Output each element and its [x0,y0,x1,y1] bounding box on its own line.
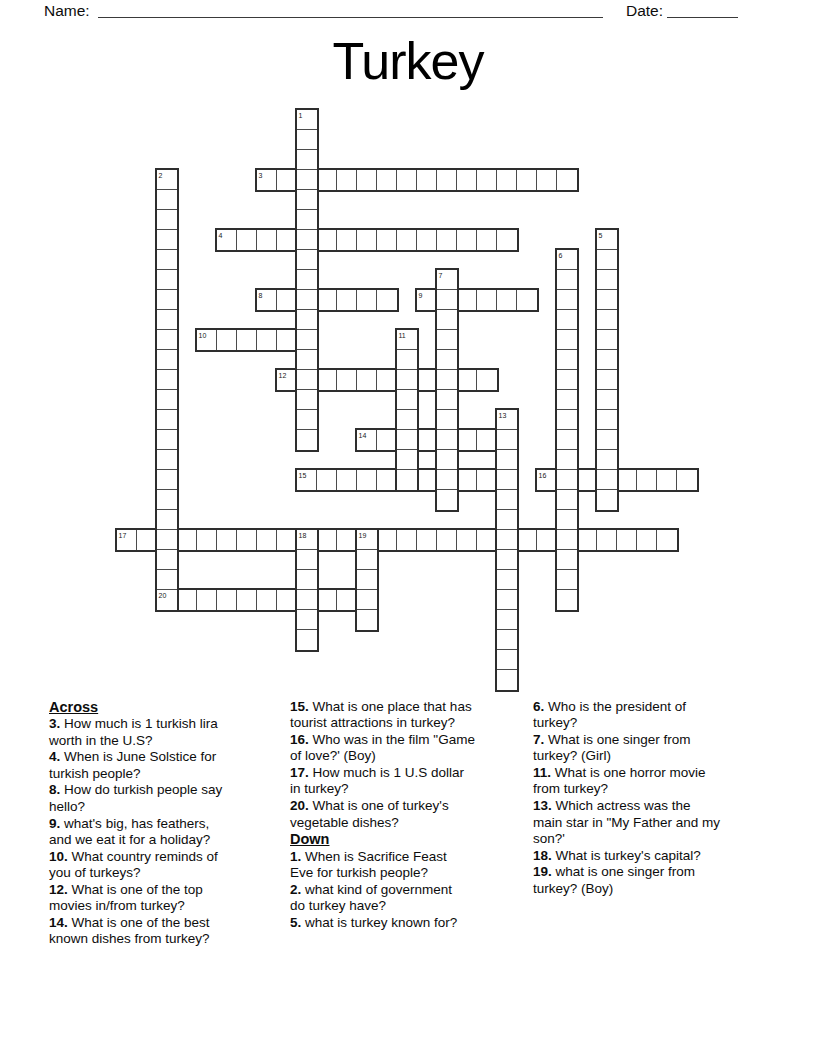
grid-cell-r14c22[interactable] [557,390,577,410]
clue-number: 11. [533,765,551,780]
grid-cell-r12c14[interactable] [397,350,417,370]
grid-cell-r3c21[interactable] [537,170,557,190]
grid-cell-r23c19[interactable] [497,570,517,590]
grid-cell-r21c17[interactable] [457,530,477,550]
cell-number-11: 11 [399,332,406,339]
grid-cell-r3c20[interactable] [517,170,537,190]
clue-down-13: 13. Which actress was the main star in "… [533,798,775,847]
grid-cell-r19c22[interactable] [557,490,577,510]
grid-cell-r24c5[interactable] [217,590,237,610]
grid-cell-r13c17[interactable] [457,370,477,390]
grid-cell-r3c8[interactable] [277,170,297,190]
grid-cell-r14c2[interactable] [157,390,177,410]
grid-cell-r22c9[interactable] [297,550,317,570]
grid-cell-r9c2[interactable] [157,290,177,310]
grid-cell-r21c19[interactable] [497,530,517,550]
grid-cell-r18c19[interactable] [497,470,517,490]
cell-number-2: 2 [159,172,163,179]
grid-cell-r24c22[interactable] [557,590,577,610]
grid-cell-r15c16[interactable] [437,410,457,430]
grid-cell-r6c9[interactable] [297,230,317,250]
grid-cell-r12c9[interactable] [297,350,317,370]
grid-cell-r10c2[interactable] [157,310,177,330]
grid-cell-r3c13[interactable] [377,170,397,190]
grid-cell-r18c13[interactable] [377,470,397,490]
grid-cell-r22c2[interactable] [157,550,177,570]
grid-cell-r5c9[interactable] [297,210,317,230]
grid-cell-r15c14[interactable] [397,410,417,430]
grid-cell-r3c22[interactable] [557,170,577,190]
grid-cell-r18c28[interactable] [677,470,697,490]
grid-cell-r24c3[interactable] [177,590,197,610]
grid-cell-r8c22[interactable] [557,270,577,290]
clue-across-3: 3. How much is 1 turkish lira worth in t… [49,716,291,749]
word-17-across [115,528,679,552]
grid-cell-r21c15[interactable] [417,530,437,550]
clue-column-0: Across3. How much is 1 turkish lira wort… [49,699,291,948]
grid-cell-r19c24[interactable] [597,490,617,510]
grid-cell-r16c24[interactable] [597,430,617,450]
grid-cell-r11c2[interactable] [157,330,177,350]
grid-cell-r21c27[interactable] [657,530,677,550]
grid-cell-r11c5[interactable] [217,330,237,350]
grid-cell-r14c9[interactable] [297,390,317,410]
grid-cell-r9c13[interactable] [377,290,397,310]
clue-text: How much is 1 U.S dollar in turkey? [290,765,464,796]
grid-cell-r23c2[interactable] [157,570,177,590]
grid-cell-r6c10[interactable] [317,230,337,250]
clue-across-16: 16. Who was in the film "Game of love?' … [290,732,532,765]
clue-text: what kind of government do turkey have? [290,882,452,913]
cell-number-3: 3 [259,172,263,179]
grid-cell-r18c22[interactable] [557,470,577,490]
cell-number-6: 6 [559,252,563,259]
grid-cell-r17c2[interactable] [157,450,177,470]
cell-number-15: 15 [299,472,307,479]
clue-text: What is one of the top movies in/from tu… [49,882,203,913]
grid-cell-r4c9[interactable] [297,190,317,210]
grid-cell-r19c2[interactable] [157,490,177,510]
grid-cell-r11c24[interactable] [597,330,617,350]
clue-number: 4. [49,749,60,764]
clue-text: What is one of the best known dishes fro… [49,915,210,946]
clue-down-11: 11. What is one horror movie from turkey… [533,765,775,798]
grid-cell-r6c15[interactable] [417,230,437,250]
grid-cell-r13c18[interactable] [477,370,497,390]
grid-cell-r19c19[interactable] [497,490,517,510]
word-8-across [255,288,399,312]
grid-cell-r18c27[interactable] [657,470,677,490]
grid-cell-r21c14[interactable] [397,530,417,550]
grid-cell-r14c24[interactable] [597,390,617,410]
grid-cell-r16c9[interactable] [297,430,317,450]
grid-cell-r23c22[interactable] [557,570,577,590]
clue-text: what's big, has feathers, and we eat it … [49,816,210,847]
grid-cell-r11c9[interactable] [297,330,317,350]
grid-cell-r9c22[interactable] [557,290,577,310]
grid-cell-r15c9[interactable] [297,410,317,430]
grid-cell-r14c14[interactable] [397,390,417,410]
grid-cell-r9c10[interactable] [317,290,337,310]
grid-cell-r11c8[interactable] [277,330,297,350]
word-18-down [295,528,319,652]
grid-cell-r27c19[interactable] [497,650,517,670]
grid-cell-r16c17[interactable] [457,430,477,450]
grid-cell-r21c1[interactable] [137,530,157,550]
grid-cell-r24c4[interactable] [197,590,217,610]
grid-cell-r7c24[interactable] [597,250,617,270]
grid-cell-r13c16[interactable] [437,370,457,390]
worksheet-page: Name: Date: Turkey 348910121415161720125… [0,0,816,1056]
grid-cell-r25c12[interactable] [357,610,377,630]
clue-down-19: 19. what is one singer from turkey? (Boy… [533,864,775,897]
grid-cell-r13c13[interactable] [377,370,397,390]
grid-cell-r12c22[interactable] [557,350,577,370]
clue-number: 10. [49,849,68,864]
clue-text: What is one horror movie from turkey? [533,765,706,796]
cell-number-20: 20 [159,592,167,599]
grid-cell-r20c22[interactable] [557,510,577,530]
cell-number-16: 16 [539,472,547,479]
grid-cell-r21c3[interactable] [177,530,197,550]
grid-cell-r6c19[interactable] [497,230,517,250]
grid-cell-r3c11[interactable] [337,170,357,190]
grid-cell-r18c15[interactable] [417,470,437,490]
clue-number: 1. [290,849,301,864]
grid-cell-r21c5[interactable] [217,530,237,550]
grid-cell-r14c16[interactable] [437,390,457,410]
grid-cell-r19c16[interactable] [437,490,457,510]
grid-cell-r3c16[interactable] [437,170,457,190]
cell-number-9: 9 [419,292,423,299]
word-6-down [555,248,579,612]
grid-cell-r22c19[interactable] [497,550,517,570]
grid-cell-r11c7[interactable] [257,330,277,350]
word-4-across [215,228,519,252]
grid-cell-r21c20[interactable] [517,530,537,550]
clue-number: 3. [49,716,60,731]
clue-text: When is Sacrifice Feast Eve for turkish … [290,849,447,880]
cell-number-19: 19 [359,532,367,539]
cell-number-13: 13 [499,412,507,419]
grid-cell-r6c17[interactable] [457,230,477,250]
grid-cell-r8c2[interactable] [157,270,177,290]
grid-cell-r10c22[interactable] [557,310,577,330]
grid-cell-r21c11[interactable] [337,530,357,550]
grid-cell-r18c11[interactable] [337,470,357,490]
grid-cell-r21c18[interactable] [477,530,497,550]
grid-cell-r26c9[interactable] [297,630,317,650]
clue-column-2: 6. Who is the president of turkey?7. Wha… [533,699,775,898]
clue-number: 19. [533,864,552,879]
cell-number-4: 4 [219,232,223,239]
word-1-down [295,108,319,452]
grid-cell-r22c22[interactable] [557,550,577,570]
grid-cell-r3c14[interactable] [397,170,417,190]
grid-cell-r11c16[interactable] [437,330,457,350]
grid-cell-r13c11[interactable] [337,370,357,390]
clue-down-6: 6. Who is the president of turkey? [533,699,775,732]
grid-cell-r18c10[interactable] [317,470,337,490]
grid-cell-r11c6[interactable] [237,330,257,350]
grid-cell-r18c26[interactable] [637,470,657,490]
grid-cell-r9c12[interactable] [357,290,377,310]
grid-cell-r16c16[interactable] [437,430,457,450]
clue-text: what is one singer from turkey? (Boy) [533,864,695,895]
cell-number-14: 14 [359,432,367,439]
grid-cell-r18c2[interactable] [157,470,177,490]
grid-cell-r13c2[interactable] [157,370,177,390]
grid-cell-r18c17[interactable] [457,470,477,490]
grid-cell-r21c10[interactable] [317,530,337,550]
grid-cell-r24c11[interactable] [337,590,357,610]
grid-cell-r24c6[interactable] [237,590,257,610]
grid-cell-r21c2[interactable] [157,530,177,550]
grid-cell-r21c21[interactable] [537,530,557,550]
grid-cell-r12c16[interactable] [437,350,457,370]
grid-cell-r20c2[interactable] [157,510,177,530]
cell-number-17: 17 [119,532,127,539]
grid-cell-r11c22[interactable] [557,330,577,350]
grid-cell-r5c2[interactable] [157,210,177,230]
word-5-down [595,228,619,512]
clue-across-12: 12. What is one of the top movies in/fro… [49,882,291,915]
grid-cell-r25c9[interactable] [297,610,317,630]
clue-down-18: 18. What is turkey's capital? [533,848,775,864]
word-20-across [155,588,379,612]
grid-cell-r18c18[interactable] [477,470,497,490]
clue-across-14: 14. What is one of the best known dishes… [49,915,291,948]
clues-across-header: Across [49,699,291,715]
grid-cell-r21c23[interactable] [577,530,597,550]
grid-cell-r21c6[interactable] [237,530,257,550]
word-11-down [395,328,419,492]
grid-cell-r6c6[interactable] [237,230,257,250]
grid-cell-r13c12[interactable] [357,370,377,390]
clue-number: 18. [533,848,552,863]
clue-text: How much is 1 turkish lira worth in the … [49,716,218,747]
grid-cell-r22c12[interactable] [357,550,377,570]
grid-cell-r23c9[interactable] [297,570,317,590]
grid-cell-r17c16[interactable] [437,450,457,470]
grid-cell-r9c11[interactable] [337,290,357,310]
grid-cell-r16c19[interactable] [497,430,517,450]
grid-cell-r20c19[interactable] [497,510,517,530]
clue-number: 12. [49,882,68,897]
grid-cell-r9c16[interactable] [437,290,457,310]
grid-cell-r18c12[interactable] [357,470,377,490]
grid-cell-r3c15[interactable] [417,170,437,190]
clue-number: 13. [533,798,552,813]
grid-cell-r21c22[interactable] [557,530,577,550]
grid-cell-r6c13[interactable] [377,230,397,250]
grid-cell-r24c10[interactable] [317,590,337,610]
word-13-down [495,408,519,692]
clue-number: 15. [290,699,309,714]
clue-across-15: 15. What is one place that has tourist a… [290,699,532,732]
cell-number-5: 5 [599,232,603,239]
grid-cell-r13c15[interactable] [417,370,437,390]
clue-across-17: 17. How much is 1 U.S dollar in turkey? [290,765,532,798]
grid-cell-r9c20[interactable] [517,290,537,310]
grid-cell-r13c24[interactable] [597,370,617,390]
clue-text: What is turkey's capital? [556,848,701,863]
grid-cell-r21c16[interactable] [437,530,457,550]
grid-cell-r1c9[interactable] [297,130,317,150]
grid-cell-r9c17[interactable] [457,290,477,310]
cell-number-18: 18 [299,532,307,539]
grid-cell-r6c18[interactable] [477,230,497,250]
clue-across-20: 20. What is one of turkey's vegetable di… [290,798,532,831]
clue-number: 16. [290,732,309,747]
clue-text: What is one singer from turkey? (Girl) [533,732,691,763]
clue-text: Who was in the film "Game of love?' (Boy… [290,732,475,763]
grid-cell-r9c9[interactable] [297,290,317,310]
clue-across-10: 10. What country reminds of you of turke… [49,849,291,882]
grid-cell-r9c24[interactable] [597,290,617,310]
clue-text: What is one place that has tourist attra… [290,699,472,730]
grid-cell-r24c9[interactable] [297,590,317,610]
grid-cell-r3c17[interactable] [457,170,477,190]
clue-number: 20. [290,798,309,813]
cell-number-8: 8 [259,292,263,299]
grid-cell-r21c8[interactable] [277,530,297,550]
grid-cell-r25c19[interactable] [497,610,517,630]
grid-cell-r6c12[interactable] [357,230,377,250]
grid-cell-r18c25[interactable] [617,470,637,490]
grid-cell-r10c9[interactable] [297,310,317,330]
clues-down-header: Down [290,831,532,847]
cell-number-10: 10 [199,332,207,339]
clue-down-2: 2. what kind of government do turkey hav… [290,882,532,915]
grid-cell-r18c24[interactable] [597,470,617,490]
clue-across-8: 8. How do turkish people say hello? [49,782,291,815]
grid-cell-r21c26[interactable] [637,530,657,550]
grid-cell-r9c8[interactable] [277,290,297,310]
grid-cell-r18c16[interactable] [437,470,457,490]
grid-cell-r3c10[interactable] [317,170,337,190]
grid-cell-r13c22[interactable] [557,370,577,390]
grid-cell-r26c19[interactable] [497,630,517,650]
clue-number: 5. [290,915,301,930]
grid-cell-r7c9[interactable] [297,250,317,270]
grid-cell-r23c12[interactable] [357,570,377,590]
grid-cell-r24c7[interactable] [257,590,277,610]
grid-cell-r24c12[interactable] [357,590,377,610]
grid-cell-r17c14[interactable] [397,450,417,470]
clue-text: How do turkish people say hello? [49,782,222,813]
clue-column-1: 15. What is one place that has tourist a… [290,699,532,932]
grid-cell-r13c14[interactable] [397,370,417,390]
grid-cell-r16c13[interactable] [377,430,397,450]
grid-cell-r6c8[interactable] [277,230,297,250]
grid-cell-r21c13[interactable] [377,530,397,550]
grid-cell-r4c2[interactable] [157,190,177,210]
grid-cell-r9c19[interactable] [497,290,517,310]
grid-cell-r16c15[interactable] [417,430,437,450]
word-7-down [435,268,459,512]
word-19-down [355,528,379,632]
clue-across-9: 9. what's big, has feathers, and we eat … [49,816,291,849]
grid-cell-r24c19[interactable] [497,590,517,610]
grid-cell-r21c4[interactable] [197,530,217,550]
clue-text: What country reminds of you of turkeys? [49,849,218,880]
cell-number-7: 7 [439,272,443,279]
grid-cell-r6c11[interactable] [337,230,357,250]
grid-cell-r8c24[interactable] [597,270,617,290]
grid-cell-r17c24[interactable] [597,450,617,470]
clue-number: 14. [49,915,68,930]
grid-cell-r10c24[interactable] [597,310,617,330]
grid-cell-r13c9[interactable] [297,370,317,390]
grid-cell-r8c9[interactable] [297,270,317,290]
clue-across-4: 4. When is June Solstice for turkish peo… [49,749,291,782]
grid-cell-r3c18[interactable] [477,170,497,190]
grid-cell-r15c22[interactable] [557,410,577,430]
grid-cell-r7c2[interactable] [157,250,177,270]
clue-number: 17. [290,765,309,780]
grid-cell-r21c24[interactable] [597,530,617,550]
clue-number: 6. [533,699,544,714]
clue-number: 8. [49,782,60,797]
clue-text: Who is the president of turkey? [533,699,686,730]
clue-number: 2. [290,882,301,897]
grid-cell-r2c9[interactable] [297,150,317,170]
cell-number-12: 12 [279,372,287,379]
word-2-down [155,168,179,612]
grid-cell-r10c16[interactable] [437,310,457,330]
grid-cell-r16c2[interactable] [157,430,177,450]
grid-cell-r3c9[interactable] [297,170,317,190]
grid-cell-r18c23[interactable] [577,470,597,490]
clue-text: What is one of turkey's vegetable dishes… [290,798,449,829]
clue-down-5: 5. what is turkey known for? [290,915,532,931]
clue-text: When is June Solstice for turkish people… [49,749,216,780]
grid-cell-r6c7[interactable] [257,230,277,250]
grid-cell-r12c2[interactable] [157,350,177,370]
clue-down-7: 7. What is one singer from turkey? (Girl… [533,732,775,765]
grid-cell-r21c25[interactable] [617,530,637,550]
grid-cell-r12c24[interactable] [597,350,617,370]
grid-cell-r24c8[interactable] [277,590,297,610]
grid-cell-r28c19[interactable] [497,670,517,690]
grid-cell-r3c12[interactable] [357,170,377,190]
clue-number: 9. [49,816,60,831]
clue-number: 7. [533,732,544,747]
grid-cell-r15c24[interactable] [597,410,617,430]
grid-cell-r16c14[interactable] [397,430,417,450]
grid-cell-r16c22[interactable] [557,430,577,450]
grid-cell-r17c22[interactable] [557,450,577,470]
grid-cell-r16c18[interactable] [477,430,497,450]
grid-cell-r6c16[interactable] [437,230,457,250]
grid-cell-r15c2[interactable] [157,410,177,430]
cell-number-1: 1 [299,112,303,119]
word-9-across [415,288,539,312]
clue-text: Which actress was the main star in "My F… [533,798,720,846]
grid-cell-r21c7[interactable] [257,530,277,550]
grid-cell-r13c10[interactable] [317,370,337,390]
clue-text: what is turkey known for? [305,915,457,930]
grid-cell-r6c14[interactable] [397,230,417,250]
clue-down-1: 1. When is Sacrifice Feast Eve for turki… [290,849,532,882]
grid-cell-r3c19[interactable] [497,170,517,190]
grid-cell-r6c2[interactable] [157,230,177,250]
grid-cell-r18c14[interactable] [397,470,417,490]
grid-cell-r17c19[interactable] [497,450,517,470]
grid-cell-r9c18[interactable] [477,290,497,310]
